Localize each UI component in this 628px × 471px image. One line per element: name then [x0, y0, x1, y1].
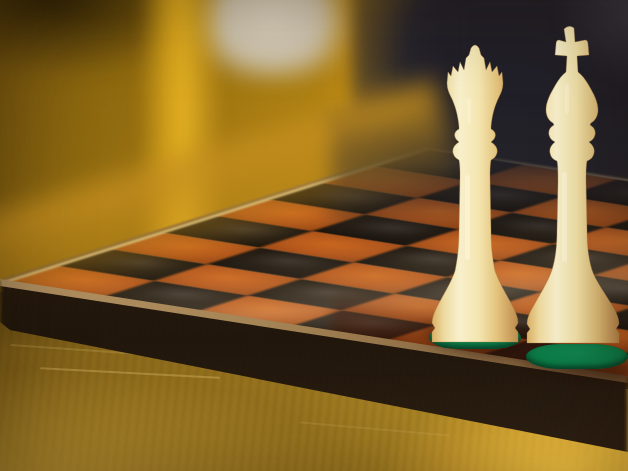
white-queen-piece: ♕ — [427, 40, 523, 352]
photo-chess-scene: ♕ ♔ — [0, 0, 628, 471]
white-king-piece: ♔ — [522, 22, 628, 352]
